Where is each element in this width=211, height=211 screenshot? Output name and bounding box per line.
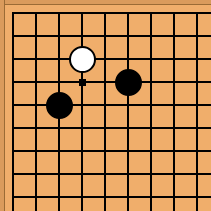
grid-horizontal-line [12, 35, 211, 37]
grid-horizontal-line [12, 127, 211, 129]
black-stone [46, 92, 73, 119]
grid-vertical-line [173, 12, 175, 211]
grid-horizontal-line [12, 81, 211, 83]
grid-vertical-line [127, 12, 129, 211]
grid-vertical-line [104, 12, 106, 211]
black-stone [115, 69, 142, 96]
grid-horizontal-line [12, 173, 211, 175]
grid-horizontal-line [12, 150, 211, 152]
go-diagram [0, 0, 211, 211]
go-board[interactable] [0, 0, 211, 211]
grid-vertical-line [196, 12, 198, 211]
grid-vertical-line [150, 12, 152, 211]
grid-vertical-line [35, 12, 37, 211]
white-stone [69, 46, 96, 73]
board-frame-top [0, 0, 211, 5]
grid-horizontal-line [12, 58, 211, 60]
board-frame-left [0, 0, 5, 211]
grid-horizontal-line [12, 12, 211, 14]
square-marker [79, 79, 86, 86]
grid-horizontal-line [12, 104, 211, 106]
grid-horizontal-line [12, 196, 211, 198]
grid-vertical-line [81, 12, 83, 211]
grid-vertical-line [12, 12, 14, 211]
